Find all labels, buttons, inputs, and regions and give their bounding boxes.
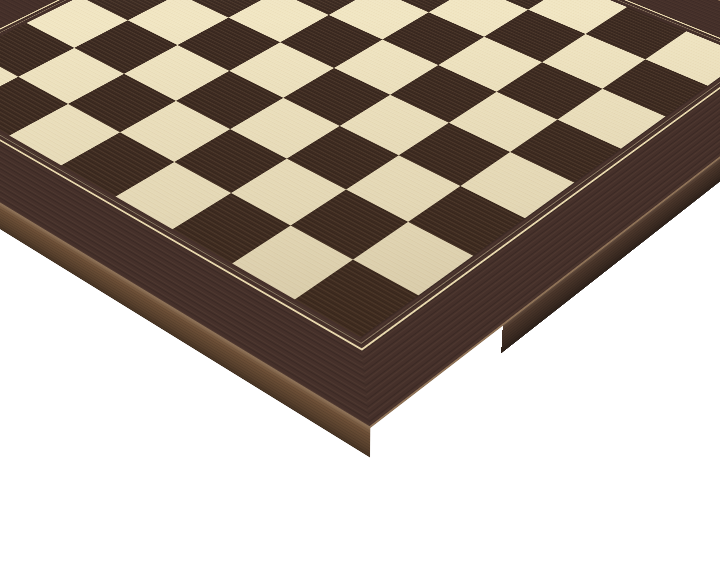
square-d1 (116, 162, 232, 229)
square-c3 (287, 126, 399, 190)
square-d3 (230, 98, 340, 159)
square-b4 (399, 123, 510, 186)
square-e2 (120, 101, 230, 162)
chessboard (0, 0, 720, 429)
square-e1 (61, 132, 174, 196)
square-b6 (497, 62, 603, 119)
square-g1 (0, 77, 68, 136)
square-f1 (9, 104, 120, 165)
square-b3 (346, 155, 460, 222)
square-a3 (408, 186, 525, 256)
square-e3 (176, 71, 283, 129)
square-b5 (449, 92, 558, 152)
scene-3d (0, 0, 720, 576)
product-photo-canvas (0, 0, 720, 576)
square-a4 (460, 152, 574, 218)
square-b2 (291, 190, 408, 260)
square-c1 (172, 193, 290, 263)
square-a1 (295, 260, 419, 338)
square-d4 (283, 68, 390, 126)
square-a6 (557, 89, 665, 149)
square-f2 (68, 74, 176, 133)
square-a5 (510, 120, 621, 183)
board-top-face (0, 0, 720, 429)
square-b1 (232, 226, 353, 300)
square-d2 (174, 129, 286, 193)
square-c5 (390, 65, 496, 123)
square-a2 (353, 222, 473, 296)
square-c4 (340, 95, 449, 156)
square-c2 (231, 159, 346, 226)
border-strip-near-left (0, 52, 434, 429)
